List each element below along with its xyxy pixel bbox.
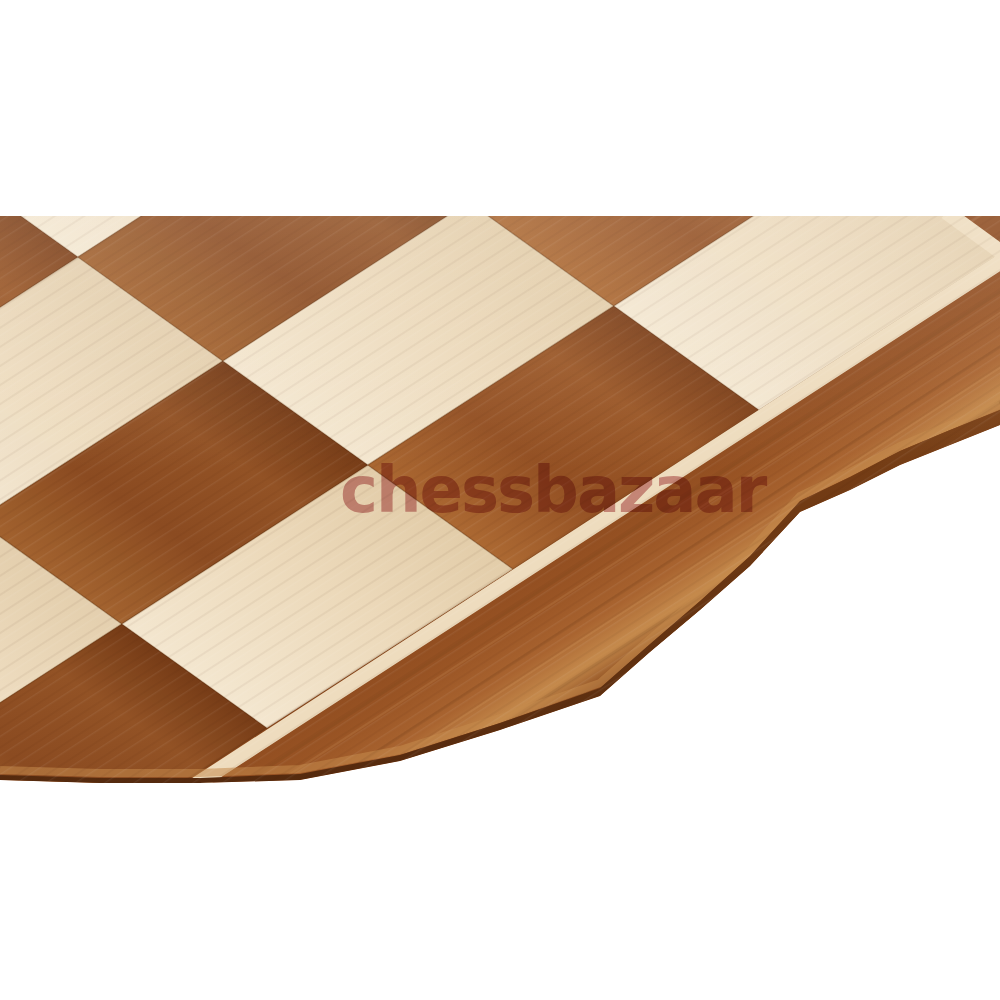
product-photo-stage: chessbazaar bbox=[0, 0, 1000, 1000]
chessboard-photo bbox=[0, 0, 1000, 1000]
board-square-light bbox=[324, 0, 715, 202]
board-square-dark bbox=[179, 0, 570, 98]
board-square-light bbox=[0, 783, 21, 1000]
board-square-dark bbox=[0, 0, 179, 153]
depth-fade bbox=[0, 216, 1000, 476]
board bbox=[0, 0, 1000, 1000]
board-square-light bbox=[0, 0, 34, 49]
